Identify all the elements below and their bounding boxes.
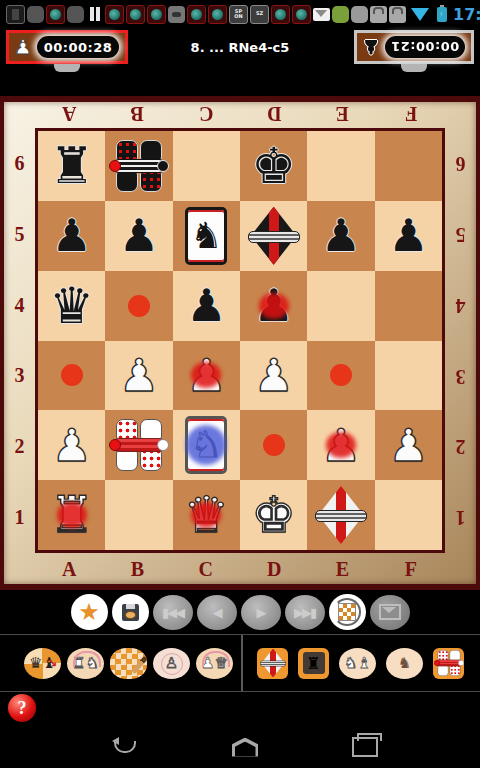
file-label-e: E xyxy=(308,101,376,127)
bear-icon xyxy=(168,6,185,23)
square-e2[interactable]: ♟ xyxy=(307,410,374,480)
favorite-button[interactable]: ★ xyxy=(71,594,108,630)
globe-icon xyxy=(208,5,227,24)
square-f1[interactable] xyxy=(375,480,442,550)
white-pawn-clock-icon: ♟ xyxy=(14,37,32,57)
globe-icon xyxy=(147,5,166,24)
rank-label-3: 3 xyxy=(445,341,476,412)
square-d3[interactable]: ♟ xyxy=(240,341,307,411)
file-label-b: B xyxy=(103,101,171,127)
square-f5[interactable]: ♟ xyxy=(375,201,442,271)
square-e1[interactable] xyxy=(307,480,374,550)
globe-icon xyxy=(126,5,145,24)
globe-icon xyxy=(292,5,311,24)
badge-icon: SP ON xyxy=(229,5,248,24)
file-label-f: F xyxy=(377,555,445,583)
mini-clover-icon xyxy=(436,650,461,676)
select-knight-button[interactable]: ♞ xyxy=(386,648,423,679)
black-pawn: ♟ xyxy=(186,283,226,328)
rank-label-4: 4 xyxy=(4,270,35,341)
white-king: ♚ xyxy=(251,490,296,540)
wifi-icon xyxy=(411,8,429,21)
black-king: ♚ xyxy=(251,141,296,191)
status-time: 17:39 xyxy=(451,5,480,24)
board-style-button[interactable] xyxy=(110,648,147,679)
white-clock: ♟ 00:00:28 xyxy=(6,30,128,64)
black-rook: ♜ xyxy=(49,141,94,191)
step-forward-button[interactable]: ▶ xyxy=(241,595,281,630)
globe-icon xyxy=(271,5,290,24)
red-threat-marker xyxy=(191,362,221,388)
black-pawn-clock-icon: ♟ xyxy=(362,37,380,57)
promotion-option-button[interactable]: ♟♛ xyxy=(196,648,233,679)
paintbrush-icon xyxy=(131,655,148,674)
square-d6[interactable]: ♚ xyxy=(240,131,307,201)
save-icon xyxy=(122,604,139,621)
step-back-icon: ◀ xyxy=(213,605,221,620)
recents-icon xyxy=(352,737,378,757)
piece-select-group: ♜♞♝♞ xyxy=(243,648,464,679)
white-pawn: ♟ xyxy=(51,423,91,468)
rank-labels-right: 654321 xyxy=(445,128,476,553)
flip-board-icon xyxy=(338,603,356,621)
game-toolbar: ★▮◀◀◀▶▶▶▮ xyxy=(0,592,480,632)
black-pawn: ♟ xyxy=(388,213,428,258)
blue-select-marker xyxy=(186,425,226,465)
square-f2[interactable]: ♟ xyxy=(375,410,442,480)
select-knight-bishop-glyph: ♝ xyxy=(358,656,371,671)
square-a1[interactable]: ♜ xyxy=(38,480,105,550)
setup-position-glyph: ♛ xyxy=(29,656,42,671)
help-button[interactable]: ? xyxy=(8,694,36,722)
red-threat-marker xyxy=(191,502,221,528)
back-icon xyxy=(114,741,136,753)
white-clover-piece xyxy=(114,419,164,471)
file-label-a: A xyxy=(35,555,103,583)
square-a5[interactable]: ♟ xyxy=(38,201,105,271)
select-chancellor-button[interactable]: ♜ xyxy=(298,648,329,679)
email-button[interactable] xyxy=(370,595,410,630)
battery-icon xyxy=(437,7,447,22)
file-label-b: B xyxy=(103,555,171,583)
file-label-e: E xyxy=(308,555,376,583)
white-pawn: ♟ xyxy=(388,423,428,468)
rank-label-5: 5 xyxy=(445,199,476,270)
black-pawn: ♟ xyxy=(119,213,159,258)
red-arrow-icon: ↘ xyxy=(47,656,57,670)
favorite-icon: ★ xyxy=(78,598,100,626)
rank-label-1: 1 xyxy=(4,482,35,553)
black-chancellor: ♞ xyxy=(185,207,227,265)
white-pawn: ♟ xyxy=(119,353,159,398)
black-clock: 00:00:21 ♟ xyxy=(354,30,474,64)
square-d2[interactable] xyxy=(240,410,307,480)
android-icon xyxy=(27,6,44,23)
setup-position-button[interactable]: ♛↘♝ xyxy=(24,648,61,679)
android-green-icon xyxy=(332,6,349,23)
android-light-icon xyxy=(351,6,368,23)
seek-start-icon: ▮◀◀ xyxy=(162,605,183,620)
chess-board[interactable]: ABCDEF ABCDEF 654321 654321 ♜♚♟♟♞♟♟♛♟♟♟♟… xyxy=(0,96,480,590)
status-bar: SP ONSZ 17:39 xyxy=(0,0,480,28)
select-shield-bishop-button[interactable] xyxy=(257,648,288,679)
seek-end-button[interactable]: ▶▶▮ xyxy=(285,595,325,630)
square-b6[interactable] xyxy=(105,131,172,201)
rank-label-6: 6 xyxy=(4,128,35,199)
mini-shield-bishop-icon xyxy=(261,649,284,678)
flip-board-button[interactable] xyxy=(329,594,366,630)
nav-home-button[interactable] xyxy=(185,726,305,768)
nav-back-button[interactable] xyxy=(65,726,185,768)
square-b2[interactable] xyxy=(105,410,172,480)
android-nav-bar xyxy=(0,726,480,768)
pause-icon xyxy=(86,6,103,23)
rank-label-2: 2 xyxy=(445,411,476,482)
email-icon xyxy=(379,604,401,620)
system-icons: 17:39 xyxy=(388,5,480,24)
white-pawn: ♟ xyxy=(253,353,293,398)
options-group-left: ♛↘♝♜♞♙♟♛ xyxy=(0,648,233,679)
white-clock-time: 00:00:28 xyxy=(37,36,119,58)
square-b3[interactable]: ♟ xyxy=(105,341,172,411)
file-label-f: F xyxy=(377,101,445,127)
square-a2[interactable]: ♟ xyxy=(38,410,105,480)
red-threat-marker xyxy=(57,502,87,528)
globe-icon xyxy=(46,5,65,24)
step-back-button[interactable]: ◀ xyxy=(197,595,237,630)
globe-icon xyxy=(187,5,206,24)
step-forward-icon: ▶ xyxy=(257,605,265,620)
red-threat-marker xyxy=(259,293,289,319)
select-knight-glyph: ♞ xyxy=(398,656,411,671)
piece-tutor-button[interactable]: ♜♞ xyxy=(67,648,104,679)
square-c2[interactable]: ♞ xyxy=(173,410,240,480)
square-e3[interactable] xyxy=(307,341,374,411)
rank-label-6: 6 xyxy=(445,128,476,199)
black-queen: ♛ xyxy=(49,281,94,331)
seek-end-icon: ▶▶▮ xyxy=(294,605,315,620)
home-icon xyxy=(232,738,258,757)
select-clover-button[interactable] xyxy=(433,648,464,679)
square-e5[interactable]: ♟ xyxy=(307,201,374,271)
red-threat-marker xyxy=(326,432,356,458)
options-bar: ♛↘♝♜♞♙♟♛ ♜♞♝♞ xyxy=(0,634,480,692)
red-dot-marker xyxy=(330,364,352,386)
nav-recents-button[interactable] xyxy=(305,726,425,768)
square-f3[interactable] xyxy=(375,341,442,411)
square-c3[interactable]: ♟ xyxy=(173,341,240,411)
square-f4[interactable] xyxy=(375,271,442,341)
black-clover-piece xyxy=(114,140,164,192)
square-a3[interactable] xyxy=(38,341,105,411)
black-clock-time: 00:00:21 xyxy=(385,36,465,58)
square-b5[interactable]: ♟ xyxy=(105,201,172,271)
bag-icon xyxy=(389,6,406,23)
square-a4[interactable]: ♛ xyxy=(38,271,105,341)
mail-icon xyxy=(313,8,330,21)
square-f6[interactable] xyxy=(375,131,442,201)
square-a6[interactable]: ♜ xyxy=(38,131,105,201)
board-squares[interactable]: ♜♚♟♟♞♟♟♛♟♟♟♟♟♟♞♟♟♜♛♚ xyxy=(35,128,445,553)
wheel-icon xyxy=(161,653,183,675)
rank-labels-left: 654321 xyxy=(4,128,35,553)
square-c1[interactable]: ♛ xyxy=(173,480,240,550)
black-pawn: ♟ xyxy=(321,213,361,258)
select-chancellor-glyph: ♜ xyxy=(306,654,320,673)
android-icon xyxy=(67,6,84,23)
black-shield-bishop xyxy=(251,207,297,265)
last-move-text: 8. ... RNe4-c5 xyxy=(130,40,350,55)
rank-label-3: 3 xyxy=(4,341,35,412)
white-clock-tab xyxy=(54,64,80,72)
white-shield-bishop xyxy=(318,486,364,544)
square-d4[interactable]: ♟ xyxy=(240,271,307,341)
rank-label-2: 2 xyxy=(4,411,35,482)
red-dot-marker xyxy=(128,295,150,317)
red-dot-marker xyxy=(61,364,83,386)
select-knight-bishop-glyph: ♞ xyxy=(344,656,357,671)
seek-start-button[interactable]: ▮◀◀ xyxy=(153,595,193,630)
square-b4[interactable] xyxy=(105,271,172,341)
square-e6[interactable] xyxy=(307,131,374,201)
dark-frame-icon: ♜ xyxy=(303,652,325,674)
badge-icon: SZ xyxy=(250,5,269,24)
square-c6[interactable] xyxy=(173,131,240,201)
rotate-option-button[interactable]: ♙ xyxy=(153,648,190,679)
file-label-a: A xyxy=(35,101,103,127)
square-c5[interactable]: ♞ xyxy=(173,201,240,271)
clock-bar: ♟ 00:00:28 00:00:21 ♟ 8. ... RNe4-c5 xyxy=(0,28,480,96)
rank-label-4: 4 xyxy=(445,270,476,341)
file-label-c: C xyxy=(172,101,240,127)
file-labels-top: ABCDEF xyxy=(35,101,445,127)
globe-icon xyxy=(105,5,124,24)
pink-arc-icon xyxy=(73,651,101,667)
square-d5[interactable] xyxy=(240,201,307,271)
square-d1[interactable]: ♚ xyxy=(240,480,307,550)
red-dot-marker xyxy=(263,434,285,456)
save-button[interactable] xyxy=(112,594,149,630)
black-clock-tab xyxy=(401,64,427,72)
select-knight-bishop-button[interactable]: ♞♝ xyxy=(339,648,376,679)
battery-mini-icon xyxy=(6,5,25,24)
file-label-d: D xyxy=(240,555,308,583)
file-label-c: C xyxy=(172,555,240,583)
notification-icons: SP ONSZ xyxy=(0,5,388,24)
square-b1[interactable] xyxy=(105,480,172,550)
black-pawn: ♟ xyxy=(51,213,91,258)
rank-label-5: 5 xyxy=(4,199,35,270)
file-label-d: D xyxy=(240,101,308,127)
rank-label-1: 1 xyxy=(445,482,476,553)
square-e4[interactable] xyxy=(307,271,374,341)
square-c4[interactable]: ♟ xyxy=(173,271,240,341)
file-labels-bottom: ABCDEF xyxy=(35,555,445,583)
pink-arc-icon xyxy=(202,651,230,667)
bag-icon xyxy=(370,6,387,23)
